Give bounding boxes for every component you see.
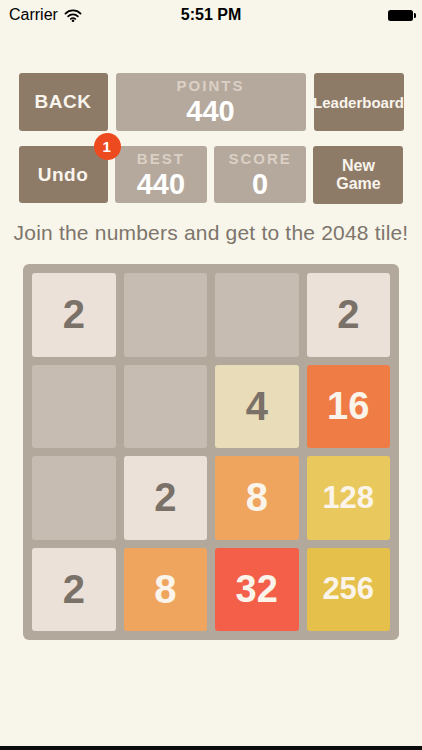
- tile-128: 128: [307, 456, 391, 540]
- best-score-display: BEST 440: [115, 146, 207, 203]
- tile-2: 2: [124, 456, 208, 540]
- tile-2: 2: [307, 273, 391, 357]
- tile-4: 4: [215, 365, 299, 449]
- board[interactable]: 22416281282832256: [23, 264, 399, 640]
- tile-256: 256: [307, 548, 391, 632]
- points-label: POINTS: [177, 77, 245, 95]
- tile-32: 32: [215, 548, 299, 632]
- new-game-button[interactable]: New Game: [313, 146, 403, 204]
- undo-badge: 1: [94, 133, 121, 160]
- empty-cell: [215, 273, 299, 357]
- controls: BACK POINTS 440 Leaderboard Undo 1 BEST …: [19, 73, 404, 204]
- empty-cell: [32, 365, 116, 449]
- best-label: BEST: [137, 150, 185, 168]
- score-value: 0: [252, 168, 268, 200]
- leaderboard-button[interactable]: Leaderboard: [314, 73, 404, 131]
- tile-16: 16: [307, 365, 391, 449]
- tagline: Join the numbers and get to the 2048 til…: [0, 221, 422, 245]
- controls-row-1: BACK POINTS 440 Leaderboard: [19, 73, 404, 131]
- battery-icon: [388, 10, 413, 21]
- empty-cell: [124, 273, 208, 357]
- clock: 5:51 PM: [0, 6, 422, 24]
- points-display: POINTS 440: [116, 73, 306, 131]
- tile-2: 2: [32, 273, 116, 357]
- points-value: 440: [186, 95, 234, 127]
- score-label: SCORE: [228, 150, 291, 168]
- empty-cell: [124, 365, 208, 449]
- best-value: 440: [137, 168, 185, 200]
- controls-row-2: Undo 1 BEST 440 SCORE 0 New Game: [19, 146, 404, 204]
- undo-button-label: Undo: [38, 164, 89, 186]
- back-button[interactable]: BACK: [19, 73, 108, 131]
- score-display: SCORE 0: [214, 146, 306, 203]
- undo-button[interactable]: Undo 1: [19, 146, 108, 203]
- tile-2: 2: [32, 548, 116, 632]
- tile-8: 8: [215, 456, 299, 540]
- status-bar: Carrier 5:51 PM: [0, 0, 422, 30]
- bottom-edge-bar: [0, 746, 422, 750]
- empty-cell: [32, 456, 116, 540]
- tile-8: 8: [124, 548, 208, 632]
